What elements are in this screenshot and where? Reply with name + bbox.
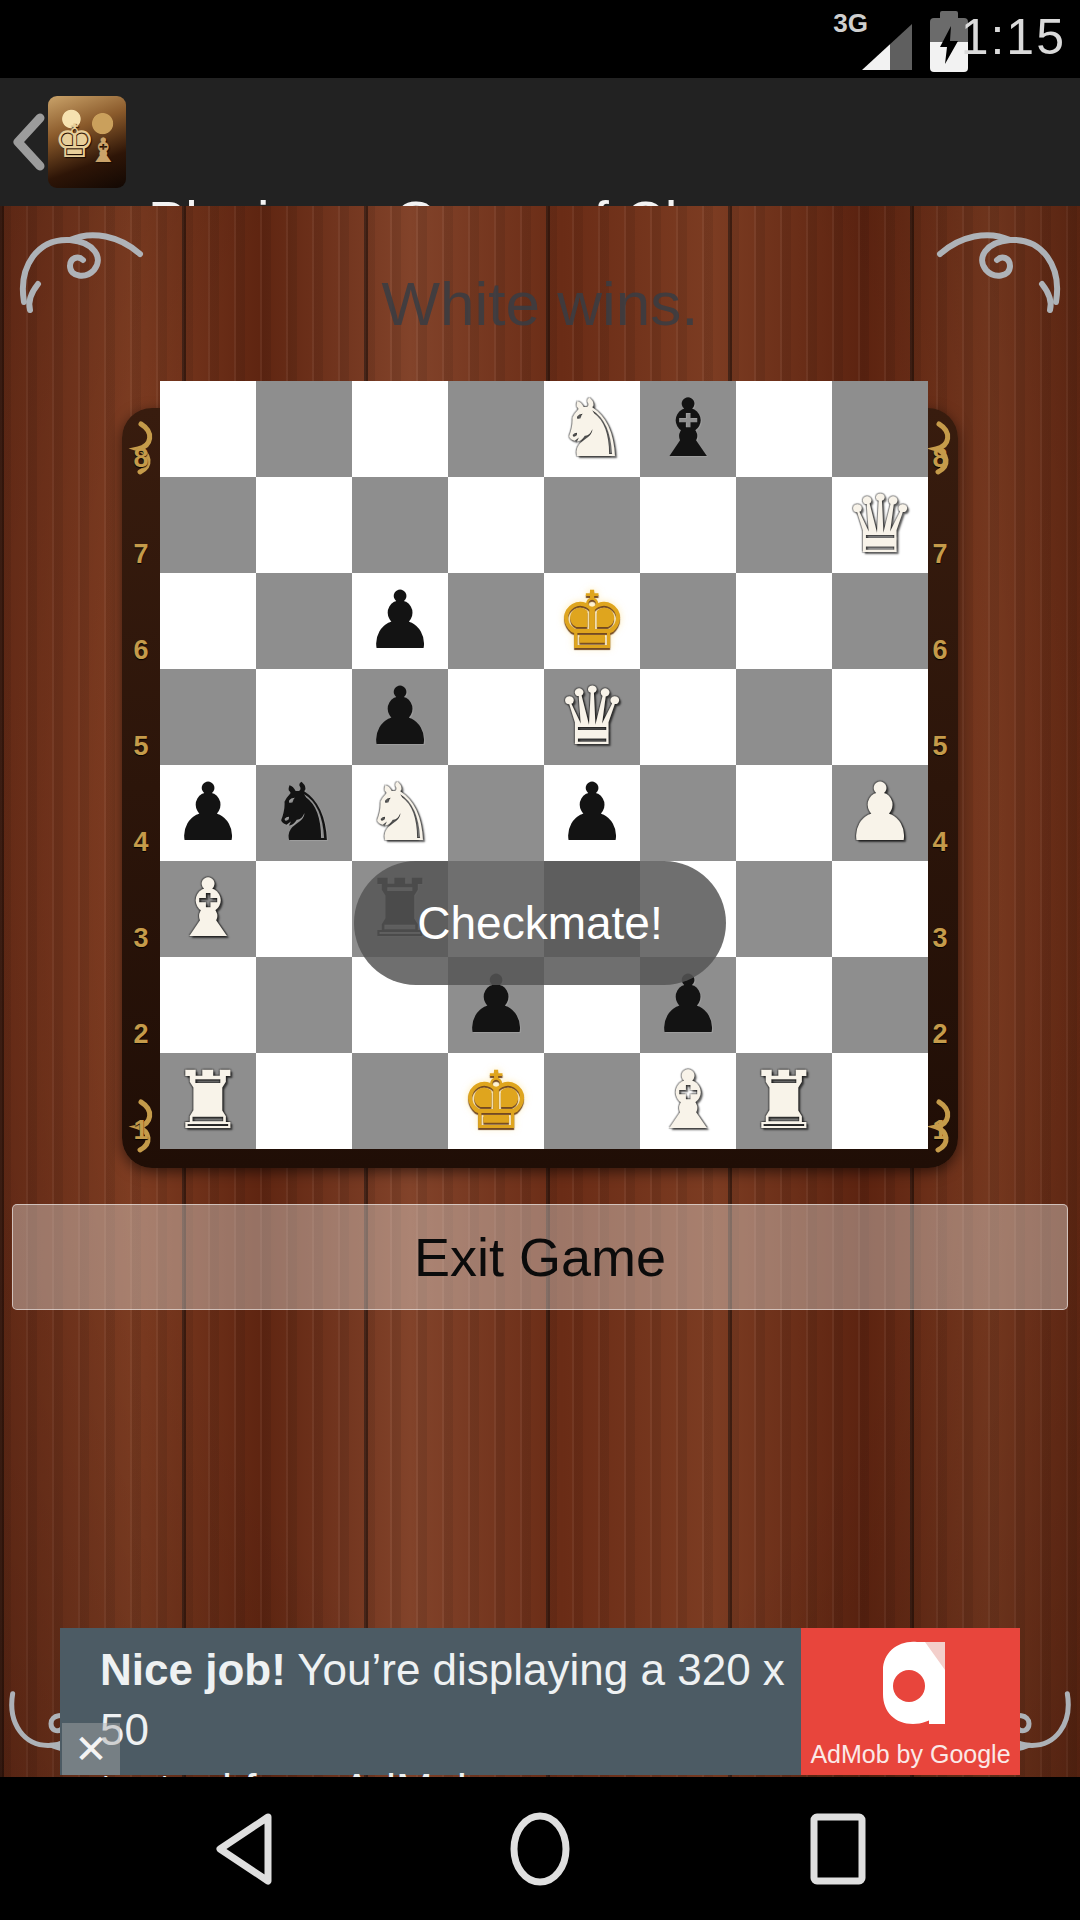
- white-bishop-a3[interactable]: ♝: [172, 861, 244, 957]
- black-knight-b4[interactable]: ♞: [268, 765, 340, 861]
- ad-message-panel: Nice job! You’re displaying a 320 x 50 t…: [60, 1628, 801, 1775]
- close-icon: ✕: [74, 1729, 108, 1769]
- nav-recents-button[interactable]: [808, 1811, 868, 1887]
- admob-logo-icon: [869, 1636, 953, 1728]
- square-c8[interactable]: [352, 381, 448, 477]
- square-f7[interactable]: [640, 477, 736, 573]
- network-type-label: 3G: [833, 8, 868, 39]
- rank-label-6: 6: [127, 635, 155, 666]
- checkmate-text: Checkmate!: [417, 896, 662, 950]
- square-a6[interactable]: [160, 573, 256, 669]
- white-rook-g1[interactable]: ♜: [748, 1053, 820, 1149]
- square-b6[interactable]: [256, 573, 352, 669]
- square-e5[interactable]: ♛: [544, 669, 640, 765]
- square-a8[interactable]: [160, 381, 256, 477]
- square-h7[interactable]: ♛: [832, 477, 928, 573]
- square-b1[interactable]: [256, 1053, 352, 1149]
- rank-label-7: 7: [127, 539, 155, 570]
- chess-board[interactable]: ♞♝♛♟♚♟♛♟♞♞♟♟♝♜♟♟♜♚♝♜: [160, 381, 928, 1149]
- square-f1[interactable]: ♝: [640, 1053, 736, 1149]
- square-d8[interactable]: [448, 381, 544, 477]
- exit-game-label: Exit Game: [414, 1226, 666, 1288]
- square-b5[interactable]: [256, 669, 352, 765]
- square-f5[interactable]: [640, 669, 736, 765]
- clock-label: 1:15: [961, 8, 1066, 66]
- square-d6[interactable]: [448, 573, 544, 669]
- square-g7[interactable]: [736, 477, 832, 573]
- signal-strength-icon: [862, 24, 912, 70]
- white-rook-a1[interactable]: ♜: [172, 1053, 244, 1149]
- square-g1[interactable]: ♜: [736, 1053, 832, 1149]
- ad-brand-panel: AdMob by Google: [801, 1628, 1020, 1775]
- square-c4[interactable]: ♞: [352, 765, 448, 861]
- square-g8[interactable]: [736, 381, 832, 477]
- square-h3[interactable]: [832, 861, 928, 957]
- result-text: White wins.: [0, 268, 1080, 339]
- exit-game-button[interactable]: Exit Game: [12, 1204, 1068, 1310]
- rank-label-6: 6: [926, 635, 954, 666]
- square-d5[interactable]: [448, 669, 544, 765]
- rank-label-4: 4: [127, 827, 155, 858]
- rank-label-3: 3: [127, 923, 155, 954]
- square-b8[interactable]: [256, 381, 352, 477]
- ad-close-button[interactable]: ✕: [62, 1723, 120, 1775]
- square-a2[interactable]: [160, 957, 256, 1053]
- square-a1[interactable]: ♜: [160, 1053, 256, 1149]
- square-g5[interactable]: [736, 669, 832, 765]
- square-b4[interactable]: ♞: [256, 765, 352, 861]
- admob-brand-label: AdMob by Google: [801, 1740, 1020, 1769]
- square-e6[interactable]: ♚: [544, 573, 640, 669]
- square-f6[interactable]: [640, 573, 736, 669]
- square-d1[interactable]: ♚: [448, 1053, 544, 1149]
- status-bar: 3G 1:15: [0, 0, 1080, 78]
- app-header: ♚ ♝ Playing a Game of Chess: [0, 78, 1080, 206]
- square-c7[interactable]: [352, 477, 448, 573]
- square-f8[interactable]: ♝: [640, 381, 736, 477]
- square-e1[interactable]: [544, 1053, 640, 1149]
- white-queen-h7[interactable]: ♛: [844, 477, 916, 573]
- square-b2[interactable]: [256, 957, 352, 1053]
- white-knight-c4[interactable]: ♞: [364, 765, 436, 861]
- white-knight-e8[interactable]: ♞: [556, 381, 628, 477]
- square-e8[interactable]: ♞: [544, 381, 640, 477]
- nav-back-button[interactable]: [210, 1811, 276, 1887]
- square-b3[interactable]: [256, 861, 352, 957]
- black-pawn-c6[interactable]: ♟: [364, 573, 436, 669]
- square-e4[interactable]: ♟: [544, 765, 640, 861]
- rank-label-7: 7: [926, 539, 954, 570]
- square-d4[interactable]: [448, 765, 544, 861]
- rank-label-5: 5: [926, 731, 954, 762]
- rank-label-4: 4: [926, 827, 954, 858]
- square-h4[interactable]: ♟: [832, 765, 928, 861]
- square-c6[interactable]: ♟: [352, 573, 448, 669]
- square-a3[interactable]: ♝: [160, 861, 256, 957]
- square-h5[interactable]: [832, 669, 928, 765]
- white-king-d1[interactable]: ♚: [460, 1053, 532, 1149]
- square-h1[interactable]: [832, 1053, 928, 1149]
- checkmate-overlay: Checkmate!: [354, 861, 726, 985]
- square-b7[interactable]: [256, 477, 352, 573]
- rank-label-5: 5: [127, 731, 155, 762]
- square-c5[interactable]: ♟: [352, 669, 448, 765]
- rank-label-2: 2: [926, 1019, 954, 1050]
- square-g4[interactable]: [736, 765, 832, 861]
- square-a7[interactable]: [160, 477, 256, 573]
- lightning-bolt-icon: [938, 26, 960, 64]
- frame-ornament-top-right: [924, 420, 954, 476]
- square-f4[interactable]: [640, 765, 736, 861]
- square-g3[interactable]: [736, 861, 832, 957]
- black-pawn-e4[interactable]: ♟: [556, 765, 628, 861]
- square-g6[interactable]: [736, 573, 832, 669]
- square-c1[interactable]: [352, 1053, 448, 1149]
- black-king-e6[interactable]: ♚: [556, 573, 628, 669]
- square-h8[interactable]: [832, 381, 928, 477]
- phone-screen: 3G 1:15 ♚ ♝ Playing a Game of Chess: [0, 0, 1080, 1920]
- square-e7[interactable]: [544, 477, 640, 573]
- square-h6[interactable]: [832, 573, 928, 669]
- android-nav-bar: [0, 1777, 1080, 1920]
- square-g2[interactable]: [736, 957, 832, 1053]
- ad-banner[interactable]: Nice job! You’re displaying a 320 x 50 t…: [60, 1628, 1020, 1775]
- ad-message-bold: Nice job!: [100, 1645, 286, 1694]
- rank-label-8: 8: [127, 443, 155, 474]
- frame-ornament-bottom-right: [924, 1098, 954, 1154]
- black-pawn-c5[interactable]: ♟: [364, 669, 436, 765]
- app-icon: ♚ ♝: [48, 96, 126, 188]
- rank-label-3: 3: [926, 923, 954, 954]
- nav-home-button[interactable]: [508, 1811, 572, 1887]
- white-queen-e5[interactable]: ♛: [556, 669, 628, 765]
- square-d7[interactable]: [448, 477, 544, 573]
- rank-label-1: 1: [127, 1115, 155, 1146]
- black-bishop-f8[interactable]: ♝: [652, 381, 724, 477]
- square-h2[interactable]: [832, 957, 928, 1053]
- rank-label-2: 2: [127, 1019, 155, 1050]
- black-pawn-a4[interactable]: ♟: [172, 765, 244, 861]
- white-pawn-h4[interactable]: ♟: [844, 765, 916, 861]
- square-a5[interactable]: [160, 669, 256, 765]
- square-a4[interactable]: ♟: [160, 765, 256, 861]
- white-bishop-f1[interactable]: ♝: [652, 1053, 724, 1149]
- back-chevron-icon[interactable]: [8, 112, 48, 172]
